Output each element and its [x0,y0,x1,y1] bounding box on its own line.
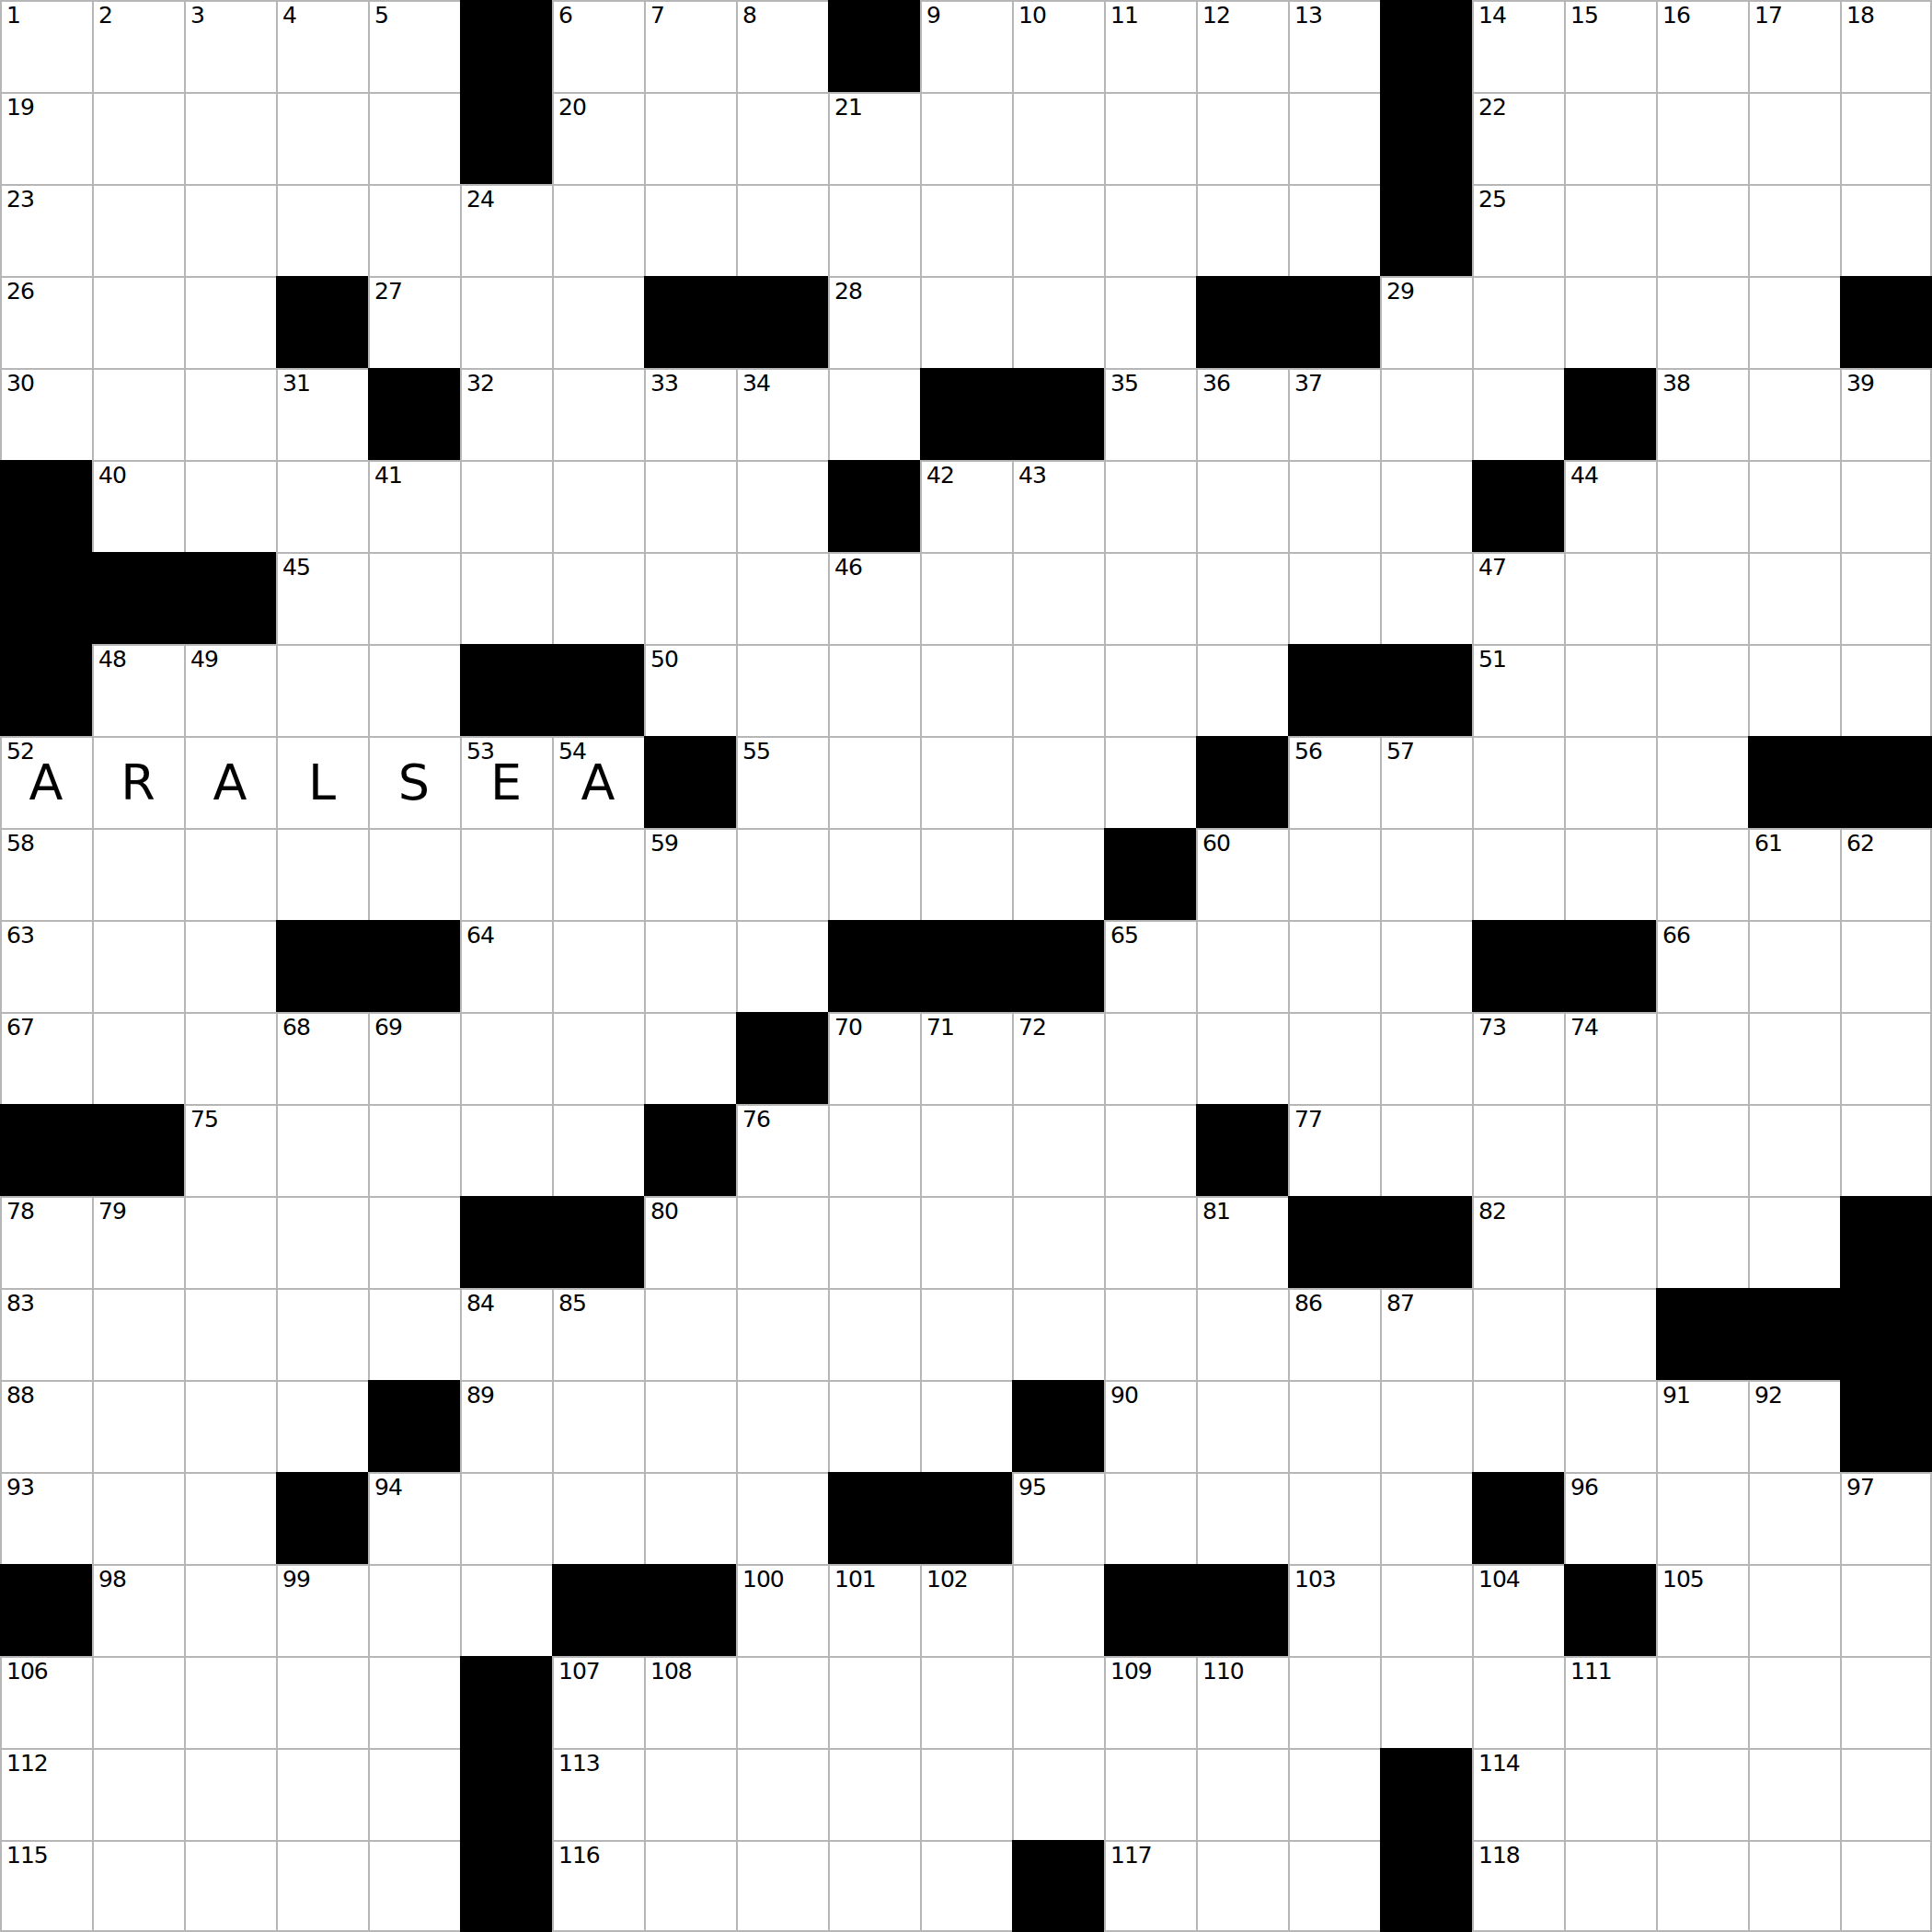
cell-r13c2[interactable] [184,1196,276,1288]
cell-r0c10[interactable]: 9 [920,0,1012,92]
cell-r13c3[interactable] [276,1196,368,1288]
cell-r11c12[interactable] [1104,1012,1196,1104]
cell-r11c18[interactable] [1656,1012,1748,1104]
cell-r19c1[interactable] [92,1748,184,1840]
cell-r9c14[interactable] [1288,828,1380,920]
cell-r2c9[interactable] [828,184,920,276]
cell-r19c11[interactable] [1012,1748,1104,1840]
cell-r20c19[interactable] [1748,1840,1840,1932]
cell-r19c19[interactable] [1748,1748,1840,1840]
cell-r2c3[interactable] [276,184,368,276]
cell-r6c14[interactable] [1288,552,1380,644]
cell-r16c7[interactable] [644,1472,736,1564]
cell-r3c5[interactable] [460,276,552,368]
cell-r2c5[interactable]: 24 [460,184,552,276]
cell-r11c11[interactable]: 72 [1012,1012,1104,1104]
cell-r3c2[interactable] [184,276,276,368]
cell-r9c10[interactable] [920,828,1012,920]
cell-r13c19[interactable] [1748,1196,1840,1288]
cell-r15c14[interactable] [1288,1380,1380,1472]
cell-r8c4[interactable]: S [368,736,460,828]
cell-r19c6[interactable]: 113 [552,1748,644,1840]
cell-r13c7[interactable]: 80 [644,1196,736,1288]
cell-r9c7[interactable]: 59 [644,828,736,920]
cell-r16c2[interactable] [184,1472,276,1564]
cell-r12c14[interactable]: 77 [1288,1104,1380,1196]
cell-r10c20[interactable] [1840,920,1932,1012]
cell-r19c20[interactable] [1840,1748,1932,1840]
cell-r19c17[interactable] [1564,1748,1656,1840]
cell-r11c1[interactable] [92,1012,184,1104]
cell-r11c10[interactable]: 71 [920,1012,1012,1104]
cell-r15c18[interactable]: 91 [1656,1380,1748,1472]
cell-r18c8[interactable] [736,1656,828,1748]
cell-r2c14[interactable] [1288,184,1380,276]
cell-r19c12[interactable] [1104,1748,1196,1840]
cell-r5c2[interactable] [184,460,276,552]
cell-r15c6[interactable] [552,1380,644,1472]
cell-r0c19[interactable]: 17 [1748,0,1840,92]
cell-r3c19[interactable] [1748,276,1840,368]
cell-r10c14[interactable] [1288,920,1380,1012]
cell-r4c7[interactable]: 33 [644,368,736,460]
cell-r6c19[interactable] [1748,552,1840,644]
cell-r18c18[interactable] [1656,1656,1748,1748]
cell-r12c19[interactable] [1748,1104,1840,1196]
cell-r18c9[interactable] [828,1656,920,1748]
cell-r11c0[interactable]: 67 [0,1012,92,1104]
cell-r20c12[interactable]: 117 [1104,1840,1196,1932]
cell-r16c1[interactable] [92,1472,184,1564]
cell-r20c3[interactable] [276,1840,368,1932]
cell-r4c8[interactable]: 34 [736,368,828,460]
cell-r9c5[interactable] [460,828,552,920]
cell-r4c2[interactable] [184,368,276,460]
cell-r15c8[interactable] [736,1380,828,1472]
cell-r3c15[interactable]: 29 [1380,276,1472,368]
cell-r8c6[interactable]: 54A [552,736,644,828]
cell-r13c11[interactable] [1012,1196,1104,1288]
cell-r13c12[interactable] [1104,1196,1196,1288]
cell-r7c4[interactable] [368,644,460,736]
cell-r14c1[interactable] [92,1288,184,1380]
cell-r11c16[interactable]: 73 [1472,1012,1564,1104]
cell-r5c7[interactable] [644,460,736,552]
cell-r20c0[interactable]: 115 [0,1840,92,1932]
cell-r16c12[interactable] [1104,1472,1196,1564]
cell-r4c13[interactable]: 36 [1196,368,1288,460]
cell-r5c10[interactable]: 42 [920,460,1012,552]
cell-r13c8[interactable] [736,1196,828,1288]
cell-r8c17[interactable] [1564,736,1656,828]
cell-r6c16[interactable]: 47 [1472,552,1564,644]
cell-r20c9[interactable] [828,1840,920,1932]
cell-r17c1[interactable]: 98 [92,1564,184,1656]
cell-r13c9[interactable] [828,1196,920,1288]
cell-r5c15[interactable] [1380,460,1472,552]
cell-r17c2[interactable] [184,1564,276,1656]
cell-r1c1[interactable] [92,92,184,184]
cell-r18c0[interactable]: 106 [0,1656,92,1748]
cell-r12c2[interactable]: 75 [184,1104,276,1196]
cell-r17c5[interactable] [460,1564,552,1656]
cell-r2c7[interactable] [644,184,736,276]
cell-r7c19[interactable] [1748,644,1840,736]
cell-r6c15[interactable] [1380,552,1472,644]
cell-r9c0[interactable]: 58 [0,828,92,920]
cell-r5c20[interactable] [1840,460,1932,552]
cell-r2c1[interactable] [92,184,184,276]
cell-r0c20[interactable]: 18 [1840,0,1932,92]
cell-r10c5[interactable]: 64 [460,920,552,1012]
cell-r20c17[interactable] [1564,1840,1656,1932]
cell-r16c14[interactable] [1288,1472,1380,1564]
cell-r10c8[interactable] [736,920,828,1012]
cell-r14c9[interactable] [828,1288,920,1380]
cell-r18c19[interactable] [1748,1656,1840,1748]
cell-r9c6[interactable] [552,828,644,920]
cell-r8c9[interactable] [828,736,920,828]
cell-r7c13[interactable] [1196,644,1288,736]
cell-r2c6[interactable] [552,184,644,276]
cell-r18c7[interactable]: 108 [644,1656,736,1748]
cell-r12c16[interactable] [1472,1104,1564,1196]
cell-r6c4[interactable] [368,552,460,644]
cell-r18c2[interactable] [184,1656,276,1748]
cell-r19c16[interactable]: 114 [1472,1748,1564,1840]
cell-r15c12[interactable]: 90 [1104,1380,1196,1472]
cell-r14c0[interactable]: 83 [0,1288,92,1380]
cell-r13c0[interactable]: 78 [0,1196,92,1288]
cell-r12c18[interactable] [1656,1104,1748,1196]
cell-r16c18[interactable] [1656,1472,1748,1564]
cell-r13c1[interactable]: 79 [92,1196,184,1288]
cell-r17c16[interactable]: 104 [1472,1564,1564,1656]
cell-r10c2[interactable] [184,920,276,1012]
cell-r14c15[interactable]: 87 [1380,1288,1472,1380]
cell-r9c15[interactable] [1380,828,1472,920]
cell-r5c8[interactable] [736,460,828,552]
cell-r5c5[interactable] [460,460,552,552]
cell-r14c2[interactable] [184,1288,276,1380]
cell-r17c10[interactable]: 102 [920,1564,1012,1656]
cell-r15c2[interactable] [184,1380,276,1472]
cell-r15c1[interactable] [92,1380,184,1472]
cell-r11c5[interactable] [460,1012,552,1104]
cell-r15c5[interactable]: 89 [460,1380,552,1472]
cell-r3c1[interactable] [92,276,184,368]
cell-r6c18[interactable] [1656,552,1748,644]
cell-r3c18[interactable] [1656,276,1748,368]
cell-r18c17[interactable]: 111 [1564,1656,1656,1748]
cell-r2c8[interactable] [736,184,828,276]
cell-r8c2[interactable]: A [184,736,276,828]
cell-r6c11[interactable] [1012,552,1104,644]
cell-r9c20[interactable]: 62 [1840,828,1932,920]
cell-r2c2[interactable] [184,184,276,276]
cell-r11c7[interactable] [644,1012,736,1104]
cell-r7c12[interactable] [1104,644,1196,736]
cell-r12c15[interactable] [1380,1104,1472,1196]
cell-r6c17[interactable] [1564,552,1656,644]
cell-r11c6[interactable] [552,1012,644,1104]
cell-r17c8[interactable]: 100 [736,1564,828,1656]
cell-r16c11[interactable]: 95 [1012,1472,1104,1564]
cell-r12c9[interactable] [828,1104,920,1196]
cell-r5c18[interactable] [1656,460,1748,552]
cell-r14c10[interactable] [920,1288,1012,1380]
cell-r10c18[interactable]: 66 [1656,920,1748,1012]
cell-r1c17[interactable] [1564,92,1656,184]
cell-r16c15[interactable] [1380,1472,1472,1564]
cell-r19c0[interactable]: 112 [0,1748,92,1840]
cell-r16c20[interactable]: 97 [1840,1472,1932,1564]
cell-r9c9[interactable] [828,828,920,920]
cell-r7c1[interactable]: 48 [92,644,184,736]
cell-r9c17[interactable] [1564,828,1656,920]
cell-r8c18[interactable] [1656,736,1748,828]
cell-r7c11[interactable] [1012,644,1104,736]
cell-r0c1[interactable]: 2 [92,0,184,92]
cell-r7c3[interactable] [276,644,368,736]
cell-r11c9[interactable]: 70 [828,1012,920,1104]
cell-r12c5[interactable] [460,1104,552,1196]
cell-r9c13[interactable]: 60 [1196,828,1288,920]
cell-r11c2[interactable] [184,1012,276,1104]
cell-r10c19[interactable] [1748,920,1840,1012]
cell-r6c13[interactable] [1196,552,1288,644]
cell-r10c1[interactable] [92,920,184,1012]
cell-r0c6[interactable]: 6 [552,0,644,92]
cell-r14c12[interactable] [1104,1288,1196,1380]
cell-r7c7[interactable]: 50 [644,644,736,736]
cell-r18c12[interactable]: 109 [1104,1656,1196,1748]
cell-r1c2[interactable] [184,92,276,184]
cell-r15c9[interactable] [828,1380,920,1472]
cell-r19c3[interactable] [276,1748,368,1840]
cell-r4c16[interactable] [1472,368,1564,460]
cell-r19c2[interactable] [184,1748,276,1840]
cell-r8c12[interactable] [1104,736,1196,828]
cell-r6c5[interactable] [460,552,552,644]
cell-r5c17[interactable]: 44 [1564,460,1656,552]
cell-r10c7[interactable] [644,920,736,1012]
cell-r15c10[interactable] [920,1380,1012,1472]
cell-r19c7[interactable] [644,1748,736,1840]
cell-r11c20[interactable] [1840,1012,1932,1104]
cell-r14c17[interactable] [1564,1288,1656,1380]
cell-r15c13[interactable] [1196,1380,1288,1472]
cell-r11c19[interactable] [1748,1012,1840,1104]
cell-r2c13[interactable] [1196,184,1288,276]
cell-r8c0[interactable]: 52A [0,736,92,828]
cell-r5c4[interactable]: 41 [368,460,460,552]
cell-r16c17[interactable]: 96 [1564,1472,1656,1564]
cell-r8c15[interactable]: 57 [1380,736,1472,828]
cell-r19c13[interactable] [1196,1748,1288,1840]
cell-r20c2[interactable] [184,1840,276,1932]
cell-r14c11[interactable] [1012,1288,1104,1380]
cell-r1c16[interactable]: 22 [1472,92,1564,184]
cell-r5c1[interactable]: 40 [92,460,184,552]
cell-r1c0[interactable]: 19 [0,92,92,184]
cell-r1c20[interactable] [1840,92,1932,184]
cell-r12c3[interactable] [276,1104,368,1196]
cell-r12c17[interactable] [1564,1104,1656,1196]
cell-r12c10[interactable] [920,1104,1012,1196]
cell-r8c16[interactable] [1472,736,1564,828]
cell-r5c13[interactable] [1196,460,1288,552]
cell-r3c12[interactable] [1104,276,1196,368]
cell-r3c17[interactable] [1564,276,1656,368]
cell-r11c3[interactable]: 68 [276,1012,368,1104]
cell-r2c18[interactable] [1656,184,1748,276]
cell-r6c9[interactable]: 46 [828,552,920,644]
cell-r6c6[interactable] [552,552,644,644]
cell-r10c0[interactable]: 63 [0,920,92,1012]
cell-r12c4[interactable] [368,1104,460,1196]
cell-r6c8[interactable] [736,552,828,644]
cell-r0c2[interactable]: 3 [184,0,276,92]
cell-r14c7[interactable] [644,1288,736,1380]
cell-r18c11[interactable] [1012,1656,1104,1748]
cell-r2c17[interactable] [1564,184,1656,276]
cell-r0c18[interactable]: 16 [1656,0,1748,92]
cell-r7c2[interactable]: 49 [184,644,276,736]
cell-r9c8[interactable] [736,828,828,920]
cell-r18c1[interactable] [92,1656,184,1748]
cell-r12c20[interactable] [1840,1104,1932,1196]
cell-r11c14[interactable] [1288,1012,1380,1104]
cell-r7c20[interactable] [1840,644,1932,736]
cell-r4c12[interactable]: 35 [1104,368,1196,460]
cell-r12c6[interactable] [552,1104,644,1196]
cell-r7c8[interactable] [736,644,828,736]
cell-r16c6[interactable] [552,1472,644,1564]
cell-r12c8[interactable]: 76 [736,1104,828,1196]
cell-r9c1[interactable] [92,828,184,920]
cell-r16c8[interactable] [736,1472,828,1564]
cell-r5c12[interactable] [1104,460,1196,552]
cell-r14c6[interactable]: 85 [552,1288,644,1380]
cell-r0c14[interactable]: 13 [1288,0,1380,92]
cell-r17c4[interactable] [368,1564,460,1656]
cell-r9c16[interactable] [1472,828,1564,920]
cell-r18c6[interactable]: 107 [552,1656,644,1748]
cell-r17c11[interactable] [1012,1564,1104,1656]
cell-r20c10[interactable] [920,1840,1012,1932]
cell-r18c3[interactable] [276,1656,368,1748]
cell-r2c16[interactable]: 25 [1472,184,1564,276]
cell-r17c9[interactable]: 101 [828,1564,920,1656]
cell-r16c19[interactable] [1748,1472,1840,1564]
cell-r19c10[interactable] [920,1748,1012,1840]
cell-r18c15[interactable] [1380,1656,1472,1748]
cell-r16c13[interactable] [1196,1472,1288,1564]
cell-r9c3[interactable] [276,828,368,920]
cell-r1c14[interactable] [1288,92,1380,184]
cell-r12c11[interactable] [1012,1104,1104,1196]
cell-r7c18[interactable] [1656,644,1748,736]
cell-r4c0[interactable]: 30 [0,368,92,460]
cell-r15c3[interactable] [276,1380,368,1472]
cell-r17c14[interactable]: 103 [1288,1564,1380,1656]
cell-r4c9[interactable] [828,368,920,460]
cell-r19c18[interactable] [1656,1748,1748,1840]
cell-r2c11[interactable] [1012,184,1104,276]
cell-r4c14[interactable]: 37 [1288,368,1380,460]
cell-r14c4[interactable] [368,1288,460,1380]
cell-r4c19[interactable] [1748,368,1840,460]
cell-r7c10[interactable] [920,644,1012,736]
cell-r2c12[interactable] [1104,184,1196,276]
cell-r18c10[interactable] [920,1656,1012,1748]
cell-r18c16[interactable] [1472,1656,1564,1748]
cell-r3c9[interactable]: 28 [828,276,920,368]
cell-r0c12[interactable]: 11 [1104,0,1196,92]
cell-r14c5[interactable]: 84 [460,1288,552,1380]
cell-r1c7[interactable] [644,92,736,184]
cell-r2c0[interactable]: 23 [0,184,92,276]
cell-r10c15[interactable] [1380,920,1472,1012]
cell-r3c4[interactable]: 27 [368,276,460,368]
cell-r20c16[interactable]: 118 [1472,1840,1564,1932]
cell-r8c1[interactable]: R [92,736,184,828]
cell-r10c6[interactable] [552,920,644,1012]
cell-r20c1[interactable] [92,1840,184,1932]
cell-r6c20[interactable] [1840,552,1932,644]
cell-r15c19[interactable]: 92 [1748,1380,1840,1472]
cell-r9c11[interactable] [1012,828,1104,920]
cell-r20c18[interactable] [1656,1840,1748,1932]
cell-r20c7[interactable] [644,1840,736,1932]
cell-r0c0[interactable]: 1 [0,0,92,92]
cell-r0c3[interactable]: 4 [276,0,368,92]
cell-r14c13[interactable] [1196,1288,1288,1380]
cell-r18c13[interactable]: 110 [1196,1656,1288,1748]
cell-r8c14[interactable]: 56 [1288,736,1380,828]
cell-r0c11[interactable]: 10 [1012,0,1104,92]
cell-r0c17[interactable]: 15 [1564,0,1656,92]
cell-r16c0[interactable]: 93 [0,1472,92,1564]
cell-r8c10[interactable] [920,736,1012,828]
cell-r14c16[interactable] [1472,1288,1564,1380]
cell-r8c8[interactable]: 55 [736,736,828,828]
cell-r13c10[interactable] [920,1196,1012,1288]
cell-r7c17[interactable] [1564,644,1656,736]
cell-r1c11[interactable] [1012,92,1104,184]
cell-r14c3[interactable] [276,1288,368,1380]
cell-r0c13[interactable]: 12 [1196,0,1288,92]
cell-r17c18[interactable]: 105 [1656,1564,1748,1656]
cell-r0c4[interactable]: 5 [368,0,460,92]
cell-r1c19[interactable] [1748,92,1840,184]
cell-r15c15[interactable] [1380,1380,1472,1472]
cell-r16c4[interactable]: 94 [368,1472,460,1564]
cell-r4c1[interactable] [92,368,184,460]
cell-r6c10[interactable] [920,552,1012,644]
cell-r3c10[interactable] [920,276,1012,368]
cell-r20c8[interactable] [736,1840,828,1932]
cell-r1c3[interactable] [276,92,368,184]
cell-r9c19[interactable]: 61 [1748,828,1840,920]
cell-r17c19[interactable] [1748,1564,1840,1656]
cell-r17c15[interactable] [1380,1564,1472,1656]
cell-r13c18[interactable] [1656,1196,1748,1288]
cell-r1c9[interactable]: 21 [828,92,920,184]
cell-r18c20[interactable] [1840,1656,1932,1748]
cell-r4c3[interactable]: 31 [276,368,368,460]
